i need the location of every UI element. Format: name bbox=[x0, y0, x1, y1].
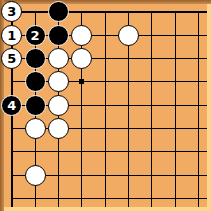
board-point-9-9[interactable] bbox=[187, 187, 210, 210]
board-point-2-2[interactable]: 2 bbox=[23, 23, 46, 46]
board-point-5-5[interactable] bbox=[93, 93, 116, 116]
black-stone[interactable] bbox=[48, 1, 69, 22]
board-point-2-3[interactable] bbox=[23, 47, 46, 70]
board-point-3-7[interactable] bbox=[47, 140, 70, 163]
board-point-6-1[interactable] bbox=[117, 0, 140, 23]
white-stone[interactable]: 1 bbox=[1, 25, 22, 46]
board-point-5-1[interactable] bbox=[93, 0, 116, 23]
board-point-8-9[interactable] bbox=[163, 187, 186, 210]
board-point-3-6[interactable] bbox=[47, 117, 70, 140]
board-point-8-8[interactable] bbox=[163, 163, 186, 186]
board-point-4-6[interactable] bbox=[70, 117, 93, 140]
board-point-3-4[interactable] bbox=[47, 70, 70, 93]
board-point-4-7[interactable] bbox=[70, 140, 93, 163]
board-point-5-8[interactable] bbox=[93, 163, 116, 186]
board-point-2-8[interactable] bbox=[23, 163, 46, 186]
board-point-2-4[interactable] bbox=[23, 70, 46, 93]
white-stone[interactable]: 5 bbox=[1, 48, 22, 69]
board-point-5-4[interactable] bbox=[93, 70, 116, 93]
white-stone[interactable] bbox=[48, 95, 69, 116]
board-point-7-5[interactable] bbox=[140, 93, 163, 116]
board-point-4-8[interactable] bbox=[70, 163, 93, 186]
board-point-3-1[interactable] bbox=[47, 0, 70, 23]
board-point-8-7[interactable] bbox=[163, 140, 186, 163]
board-point-6-6[interactable] bbox=[117, 117, 140, 140]
board-point-3-8[interactable] bbox=[47, 163, 70, 186]
board-point-7-9[interactable] bbox=[140, 187, 163, 210]
board-point-3-3[interactable] bbox=[47, 47, 70, 70]
board-point-1-9[interactable] bbox=[0, 187, 23, 210]
board-point-2-9[interactable] bbox=[23, 187, 46, 210]
white-stone[interactable] bbox=[48, 71, 69, 92]
board-point-7-7[interactable] bbox=[140, 140, 163, 163]
white-stone[interactable] bbox=[48, 118, 69, 139]
star-point bbox=[79, 79, 84, 84]
board-point-5-9[interactable] bbox=[93, 187, 116, 210]
board-point-2-6[interactable] bbox=[23, 117, 46, 140]
white-stone[interactable] bbox=[25, 165, 46, 186]
board-point-5-7[interactable] bbox=[93, 140, 116, 163]
board-point-6-4[interactable] bbox=[117, 70, 140, 93]
board-point-5-6[interactable] bbox=[93, 117, 116, 140]
go-diagram: 31254 bbox=[0, 0, 211, 211]
board-point-2-7[interactable] bbox=[23, 140, 46, 163]
board-point-6-3[interactable] bbox=[117, 47, 140, 70]
move-number: 3 bbox=[7, 5, 16, 18]
board-point-8-2[interactable] bbox=[163, 23, 186, 46]
board-point-5-2[interactable] bbox=[93, 23, 116, 46]
board-point-9-8[interactable] bbox=[187, 163, 210, 186]
black-stone[interactable] bbox=[25, 95, 46, 116]
board-point-5-3[interactable] bbox=[93, 47, 116, 70]
board-point-7-1[interactable] bbox=[140, 0, 163, 23]
board-point-9-4[interactable] bbox=[187, 70, 210, 93]
board-point-7-3[interactable] bbox=[140, 47, 163, 70]
white-stone[interactable]: 3 bbox=[1, 1, 22, 22]
move-number: 4 bbox=[7, 99, 16, 112]
board-point-8-1[interactable] bbox=[163, 0, 186, 23]
board-point-1-5[interactable]: 4 bbox=[0, 93, 23, 116]
board-point-4-2[interactable] bbox=[70, 23, 93, 46]
black-stone[interactable] bbox=[25, 48, 46, 69]
move-number: 2 bbox=[30, 29, 39, 42]
board-point-1-7[interactable] bbox=[0, 140, 23, 163]
board-point-1-4[interactable] bbox=[0, 70, 23, 93]
white-stone[interactable] bbox=[118, 25, 139, 46]
board-point-8-3[interactable] bbox=[163, 47, 186, 70]
board-point-6-2[interactable] bbox=[117, 23, 140, 46]
board-point-8-4[interactable] bbox=[163, 70, 186, 93]
board-point-6-8[interactable] bbox=[117, 163, 140, 186]
board-point-6-9[interactable] bbox=[117, 187, 140, 210]
board-point-7-2[interactable] bbox=[140, 23, 163, 46]
board-point-9-1[interactable] bbox=[187, 0, 210, 23]
board-point-3-5[interactable] bbox=[47, 93, 70, 116]
board-point-2-5[interactable] bbox=[23, 93, 46, 116]
white-stone[interactable] bbox=[48, 48, 69, 69]
board-point-1-3[interactable]: 5 bbox=[0, 47, 23, 70]
board-point-3-9[interactable] bbox=[47, 187, 70, 210]
board-point-7-4[interactable] bbox=[140, 70, 163, 93]
board-point-1-8[interactable] bbox=[0, 163, 23, 186]
black-stone[interactable]: 2 bbox=[25, 25, 46, 46]
board-point-4-4[interactable] bbox=[70, 70, 93, 93]
board-point-7-6[interactable] bbox=[140, 117, 163, 140]
board-point-4-9[interactable] bbox=[70, 187, 93, 210]
board-point-9-6[interactable] bbox=[187, 117, 210, 140]
move-number: 5 bbox=[7, 52, 16, 65]
board-point-9-5[interactable] bbox=[187, 93, 210, 116]
black-stone[interactable] bbox=[48, 25, 69, 46]
black-stone[interactable] bbox=[25, 71, 46, 92]
board-point-4-3[interactable] bbox=[70, 47, 93, 70]
board-point-4-5[interactable] bbox=[70, 93, 93, 116]
board-point-9-7[interactable] bbox=[187, 140, 210, 163]
black-stone[interactable]: 4 bbox=[1, 95, 22, 116]
board-point-9-3[interactable] bbox=[187, 47, 210, 70]
board-point-1-6[interactable] bbox=[0, 117, 23, 140]
board-point-6-7[interactable] bbox=[117, 140, 140, 163]
move-number: 1 bbox=[7, 29, 16, 42]
white-stone[interactable] bbox=[25, 118, 46, 139]
white-stone[interactable] bbox=[71, 48, 92, 69]
board-point-8-6[interactable] bbox=[163, 117, 186, 140]
board-point-2-1[interactable] bbox=[23, 0, 46, 23]
board-point-7-8[interactable] bbox=[140, 163, 163, 186]
board-point-1-1[interactable]: 3 bbox=[0, 0, 23, 23]
board-point-6-5[interactable] bbox=[117, 93, 140, 116]
go-board: 31254 bbox=[0, 0, 210, 210]
board-point-8-5[interactable] bbox=[163, 93, 186, 116]
white-stone[interactable] bbox=[71, 25, 92, 46]
board-point-9-2[interactable] bbox=[187, 23, 210, 46]
board-point-1-2[interactable]: 1 bbox=[0, 23, 23, 46]
board-point-4-1[interactable] bbox=[70, 0, 93, 23]
board-point-3-2[interactable] bbox=[47, 23, 70, 46]
